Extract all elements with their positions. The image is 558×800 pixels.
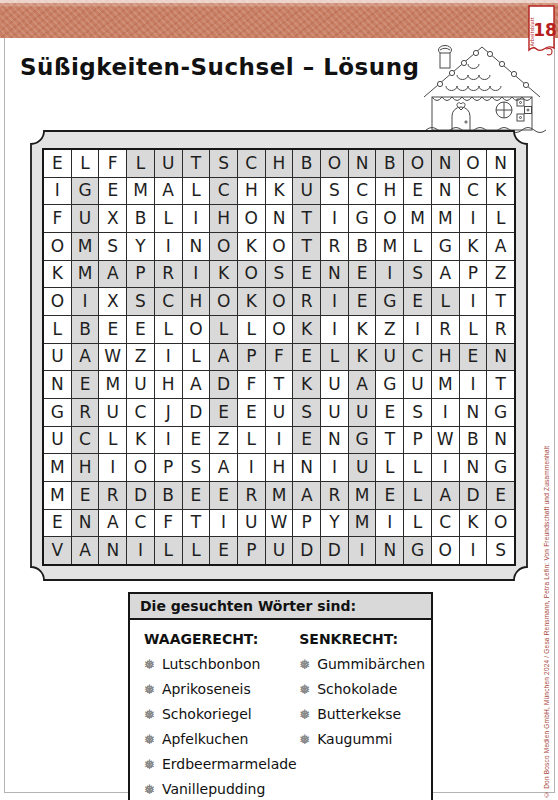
grid-cell-r7c8: L bbox=[238, 316, 265, 343]
word-label: Schokolade bbox=[317, 677, 397, 702]
grid-cell-r14c8: U bbox=[238, 510, 265, 537]
grid-cell-r14c9: W bbox=[266, 510, 293, 537]
grid-cell-r2c10: U bbox=[293, 178, 320, 205]
snowflake-bullet-icon: ❅ bbox=[144, 702, 155, 727]
grid-cell-r12c4: O bbox=[127, 454, 154, 481]
grid-cell-r1c17: N bbox=[487, 150, 514, 177]
grid-cell-r13c5: B bbox=[155, 482, 182, 509]
grid-cell-r15c12: I bbox=[349, 537, 376, 564]
grid-cell-r13c9: M bbox=[266, 482, 293, 509]
grid-cell-r7c14: I bbox=[404, 316, 431, 343]
grid-cell-r4c15: G bbox=[432, 233, 459, 260]
grid-cell-r6c3: X bbox=[99, 288, 126, 315]
grid-cell-r6c14: E bbox=[404, 288, 431, 315]
grid-cell-r9c4: U bbox=[127, 371, 154, 398]
word-column-waagerecht: WAAGERECHT:❅Lutschbonbon❅Aprikoseneis❅Sc… bbox=[144, 625, 299, 800]
grid-cell-r1c5: U bbox=[155, 150, 182, 177]
grid-cell-r6c17: T bbox=[487, 288, 514, 315]
grid-cell-r8c10: E bbox=[293, 344, 320, 371]
grid-cell-r8c8: P bbox=[238, 344, 265, 371]
grid-cell-r8c9: F bbox=[266, 344, 293, 371]
grid-cell-r3c3: X bbox=[99, 205, 126, 232]
grid-cell-r15c14: G bbox=[404, 537, 431, 564]
grid-cell-r3c2: U bbox=[72, 205, 99, 232]
grid-cell-r14c15: C bbox=[432, 510, 459, 537]
grid-cell-r7c10: K bbox=[293, 316, 320, 343]
grid-cell-r12c14: L bbox=[404, 454, 431, 481]
grid-cell-r6c11: I bbox=[321, 288, 348, 315]
grid-cell-r3c6: I bbox=[183, 205, 210, 232]
grid-cell-r13c10: A bbox=[293, 482, 320, 509]
grid-cell-r2c2: G bbox=[72, 178, 99, 205]
grid-cell-r4c11: R bbox=[321, 233, 348, 260]
grid-cell-r3c14: M bbox=[404, 205, 431, 232]
snowflake-bullet-icon: ❅ bbox=[299, 702, 310, 727]
grid-cell-r6c7: O bbox=[210, 288, 237, 315]
grid-cell-r2c4: M bbox=[127, 178, 154, 205]
grid-cell-r14c17: O bbox=[487, 510, 514, 537]
grid-cell-r12c2: H bbox=[72, 454, 99, 481]
grid-cell-r4c13: M bbox=[376, 233, 403, 260]
grid-cell-r3c12: G bbox=[349, 205, 376, 232]
grid-cell-r14c16: K bbox=[460, 510, 487, 537]
grid-cell-r5c11: N bbox=[321, 261, 348, 288]
grid-cell-r1c11: O bbox=[321, 150, 348, 177]
crayon-top-band bbox=[0, 0, 558, 38]
grid-cell-r4c12: B bbox=[349, 233, 376, 260]
grid-cell-r6c1: O bbox=[44, 288, 71, 315]
word-column-header: SENKRECHT: bbox=[299, 627, 425, 652]
letter-grid: ELFLUTSCHBONBONONIGEMALCHKUSCHENCKFUXBLI… bbox=[42, 148, 516, 566]
grid-cell-r7c12: K bbox=[349, 316, 376, 343]
grid-cell-r7c6: O bbox=[183, 316, 210, 343]
grid-cell-r10c8: E bbox=[238, 399, 265, 426]
grid-cell-r14c6: T bbox=[183, 510, 210, 537]
grid-cell-r5c6: I bbox=[183, 261, 210, 288]
grid-cell-r8c14: C bbox=[404, 344, 431, 371]
word-label: Gummibärchen bbox=[317, 652, 425, 677]
grid-cell-r14c4: C bbox=[127, 510, 154, 537]
grid-cell-r11c6: E bbox=[183, 427, 210, 454]
grid-cell-r12c12: U bbox=[349, 454, 376, 481]
grid-cell-r5c1: K bbox=[44, 261, 71, 288]
grid-cell-r2c5: A bbox=[155, 178, 182, 205]
grid-cell-r2c11: S bbox=[321, 178, 348, 205]
grid-cell-r3c5: L bbox=[155, 205, 182, 232]
word-column-header: WAAGERECHT: bbox=[144, 627, 299, 652]
word-label: Lutschbonbon bbox=[162, 652, 260, 677]
grid-cell-r4c16: K bbox=[460, 233, 487, 260]
word-label: Butterkekse bbox=[317, 702, 401, 727]
grid-cell-r5c8: O bbox=[238, 261, 265, 288]
grid-cell-r9c1: N bbox=[44, 371, 71, 398]
word-label: Kaugummi bbox=[317, 727, 392, 752]
grid-cell-r11c4: K bbox=[127, 427, 154, 454]
grid-cell-r2c9: K bbox=[266, 178, 293, 205]
grid-cell-r2c7: C bbox=[210, 178, 237, 205]
grid-cell-r8c5: I bbox=[155, 344, 182, 371]
grid-cell-r1c10: B bbox=[293, 150, 320, 177]
word-item: ❅Apfelkuchen bbox=[144, 727, 299, 752]
gingerbread-house-illustration bbox=[416, 40, 549, 136]
grid-cell-r8c4: Z bbox=[127, 344, 154, 371]
grid-cell-r7c11: I bbox=[321, 316, 348, 343]
grid-cell-r7c5: L bbox=[155, 316, 182, 343]
grid-cell-r3c15: M bbox=[432, 205, 459, 232]
grid-cell-r14c13: I bbox=[376, 510, 403, 537]
word-list-body: WAAGERECHT:❅Lutschbonbon❅Aprikoseneis❅Sc… bbox=[130, 620, 431, 800]
grid-cell-r13c15: A bbox=[432, 482, 459, 509]
grid-cell-r14c2: N bbox=[72, 510, 99, 537]
grid-cell-r2c6: L bbox=[183, 178, 210, 205]
grid-cell-r8c7: A bbox=[210, 344, 237, 371]
grid-cell-r4c9: O bbox=[266, 233, 293, 260]
grid-cell-r10c13: E bbox=[376, 399, 403, 426]
word-label: Schokoriegel bbox=[162, 702, 252, 727]
grid-cell-r5c13: I bbox=[376, 261, 403, 288]
word-item: ❅Schokolade bbox=[299, 677, 425, 702]
grid-cell-r3c17: L bbox=[487, 205, 514, 232]
grid-cell-r1c16: O bbox=[460, 150, 487, 177]
grid-cell-r14c11: Y bbox=[321, 510, 348, 537]
grid-cell-r7c13: Z bbox=[376, 316, 403, 343]
grid-cell-r12c1: M bbox=[44, 454, 71, 481]
snowflake-bullet-icon: ❅ bbox=[299, 652, 310, 677]
grid-cell-r7c17: R bbox=[487, 316, 514, 343]
grid-cell-r13c14: L bbox=[404, 482, 431, 509]
grid-cell-r9c13: G bbox=[376, 371, 403, 398]
grid-cell-r10c2: R bbox=[72, 399, 99, 426]
grid-cell-r8c6: L bbox=[183, 344, 210, 371]
grid-cell-r10c16: N bbox=[460, 399, 487, 426]
grid-cell-r8c2: A bbox=[72, 344, 99, 371]
grid-cell-r3c7: H bbox=[210, 205, 237, 232]
grid-cell-r15c17: S bbox=[487, 537, 514, 564]
copyright-text: © Don Bosco Medien GmbH, München 2024 / … bbox=[543, 560, 550, 798]
grid-cell-r9c2: E bbox=[72, 371, 99, 398]
grid-cell-r15c7: E bbox=[210, 537, 237, 564]
grid-cell-r9c16: I bbox=[460, 371, 487, 398]
word-item: ❅Lutschbonbon bbox=[144, 652, 299, 677]
word-column-senkrecht: SENKRECHT:❅Gummibärchen❅Schokolade❅Butte… bbox=[299, 625, 425, 800]
grid-cell-r11c16: B bbox=[460, 427, 487, 454]
grid-cell-r15c6: L bbox=[183, 537, 210, 564]
grid-cell-r5c17: Z bbox=[487, 261, 514, 288]
grid-cell-r12c16: N bbox=[460, 454, 487, 481]
grid-cell-r15c15: O bbox=[432, 537, 459, 564]
word-label: Apfelkuchen bbox=[162, 727, 249, 752]
word-list-box: Die gesuchten Wörter sind: WAAGERECHT:❅L… bbox=[128, 592, 433, 800]
word-item: ❅Kaugummi bbox=[299, 727, 425, 752]
grid-cell-r5c2: M bbox=[72, 261, 99, 288]
grid-cell-r9c14: U bbox=[404, 371, 431, 398]
grid-cell-r3c16: I bbox=[460, 205, 487, 232]
grid-cell-r6c13: G bbox=[376, 288, 403, 315]
grid-cell-r9c7: D bbox=[210, 371, 237, 398]
grid-cell-r4c7: O bbox=[210, 233, 237, 260]
word-item: ❅Aprikoseneis bbox=[144, 677, 299, 702]
word-label: Vanillepudding bbox=[162, 777, 265, 800]
grid-cell-r10c6: D bbox=[183, 399, 210, 426]
grid-cell-r7c7: L bbox=[210, 316, 237, 343]
grid-cell-r5c12: E bbox=[349, 261, 376, 288]
grid-cell-r9c12: A bbox=[349, 371, 376, 398]
grid-cell-r5c9: S bbox=[266, 261, 293, 288]
grid-cell-r2c1: I bbox=[44, 178, 71, 205]
grid-cell-r12c5: P bbox=[155, 454, 182, 481]
word-item: ❅Butterkekse bbox=[299, 702, 425, 727]
word-label: Aprikoseneis bbox=[162, 677, 251, 702]
grid-cell-r13c17: E bbox=[487, 482, 514, 509]
grid-cell-r13c11: R bbox=[321, 482, 348, 509]
grid-cell-r13c2: E bbox=[72, 482, 99, 509]
grid-cell-r11c17: N bbox=[487, 427, 514, 454]
grid-cell-r3c10: T bbox=[293, 205, 320, 232]
grid-cell-r13c3: R bbox=[99, 482, 126, 509]
grid-cell-r1c4: L bbox=[127, 150, 154, 177]
grid-cell-r15c8: P bbox=[238, 537, 265, 564]
grid-cell-r4c10: T bbox=[293, 233, 320, 260]
grid-cell-r1c15: N bbox=[432, 150, 459, 177]
grid-cell-r13c7: E bbox=[210, 482, 237, 509]
snowflake-bullet-icon: ❅ bbox=[144, 752, 155, 777]
grid-cell-r7c16: L bbox=[460, 316, 487, 343]
grid-cell-r5c5: R bbox=[155, 261, 182, 288]
grid-cell-r11c7: Z bbox=[210, 427, 237, 454]
grid-cell-r4c8: K bbox=[238, 233, 265, 260]
grid-cell-r14c7: I bbox=[210, 510, 237, 537]
grid-cell-r11c14: P bbox=[404, 427, 431, 454]
grid-cell-r10c9: U bbox=[266, 399, 293, 426]
grid-cell-r10c7: E bbox=[210, 399, 237, 426]
grid-cell-r5c16: P bbox=[460, 261, 487, 288]
grid-cell-r3c1: F bbox=[44, 205, 71, 232]
grid-cell-r1c3: F bbox=[99, 150, 126, 177]
grid-cell-r7c2: B bbox=[72, 316, 99, 343]
grid-cell-r14c14: L bbox=[404, 510, 431, 537]
grid-cell-r5c14: S bbox=[404, 261, 431, 288]
grid-cell-r1c6: T bbox=[183, 150, 210, 177]
grid-cell-r15c13: N bbox=[376, 537, 403, 564]
grid-cell-r15c3: N bbox=[99, 537, 126, 564]
grid-cell-r8c17: N bbox=[487, 344, 514, 371]
grid-cell-r8c11: L bbox=[321, 344, 348, 371]
snowflake-bullet-icon: ❅ bbox=[299, 677, 310, 702]
grid-cell-r9c15: M bbox=[432, 371, 459, 398]
grid-cell-r2c14: E bbox=[404, 178, 431, 205]
grid-cell-r11c13: T bbox=[376, 427, 403, 454]
grid-cell-r10c3: U bbox=[99, 399, 126, 426]
grid-cell-r12c13: L bbox=[376, 454, 403, 481]
grid-cell-r12c6: S bbox=[183, 454, 210, 481]
grid-cell-r12c17: G bbox=[487, 454, 514, 481]
grid-cell-r13c4: D bbox=[127, 482, 154, 509]
grid-cell-r13c16: D bbox=[460, 482, 487, 509]
grid-cell-r1c2: L bbox=[72, 150, 99, 177]
word-item: ❅Erdbeermarmelade bbox=[144, 752, 299, 777]
grid-cell-r15c4: I bbox=[127, 537, 154, 564]
grid-cell-r10c5: J bbox=[155, 399, 182, 426]
worksheet-page: Süßigkeiten-Suchsel – Lösung Arbeitsblat… bbox=[0, 0, 558, 800]
grid-cell-r11c15: W bbox=[432, 427, 459, 454]
grid-cell-r4c4: Y bbox=[127, 233, 154, 260]
grid-cell-r6c16: I bbox=[460, 288, 487, 315]
grid-cell-r14c12: M bbox=[349, 510, 376, 537]
word-item: ❅Gummibärchen bbox=[299, 652, 425, 677]
grid-cell-r14c3: A bbox=[99, 510, 126, 537]
grid-cell-r5c3: A bbox=[99, 261, 126, 288]
grid-cell-r4c6: N bbox=[183, 233, 210, 260]
grid-cell-r15c16: I bbox=[460, 537, 487, 564]
snowflake-bullet-icon: ❅ bbox=[144, 677, 155, 702]
grid-cell-r10c17: G bbox=[487, 399, 514, 426]
grid-cell-r13c13: E bbox=[376, 482, 403, 509]
grid-cell-r4c1: O bbox=[44, 233, 71, 260]
grid-cell-r11c2: C bbox=[72, 427, 99, 454]
grid-cell-r12c11: I bbox=[321, 454, 348, 481]
grid-cell-r10c12: U bbox=[349, 399, 376, 426]
grid-cell-r8c3: W bbox=[99, 344, 126, 371]
grid-cell-r11c10: E bbox=[293, 427, 320, 454]
grid-cell-r15c9: U bbox=[266, 537, 293, 564]
grid-cell-r15c5: L bbox=[155, 537, 182, 564]
grid-cell-r10c11: U bbox=[321, 399, 348, 426]
grid-cell-r11c8: L bbox=[238, 427, 265, 454]
snowflake-bullet-icon: ❅ bbox=[144, 727, 155, 752]
grid-cell-r12c10: N bbox=[293, 454, 320, 481]
grid-cell-r10c1: G bbox=[44, 399, 71, 426]
grid-cell-r9c11: U bbox=[321, 371, 348, 398]
grid-cell-r5c15: A bbox=[432, 261, 459, 288]
grid-cell-r7c3: E bbox=[99, 316, 126, 343]
grid-cell-r15c2: A bbox=[72, 537, 99, 564]
grid-cell-r7c9: O bbox=[266, 316, 293, 343]
grid-cell-r6c2: I bbox=[72, 288, 99, 315]
grid-cell-r13c12: M bbox=[349, 482, 376, 509]
grid-cell-r1c1: E bbox=[44, 150, 71, 177]
grid-cell-r4c5: I bbox=[155, 233, 182, 260]
grid-cell-r9c3: M bbox=[99, 371, 126, 398]
grid-cell-r6c5: C bbox=[155, 288, 182, 315]
grid-cell-r9c5: H bbox=[155, 371, 182, 398]
grid-cell-r14c1: E bbox=[44, 510, 71, 537]
grid-cell-r10c14: S bbox=[404, 399, 431, 426]
grid-cell-r15c10: D bbox=[293, 537, 320, 564]
grid-cell-r9c8: F bbox=[238, 371, 265, 398]
grid-cell-r12c8: I bbox=[238, 454, 265, 481]
snowflake-bullet-icon: ❅ bbox=[144, 777, 155, 800]
word-list-header: Die gesuchten Wörter sind: bbox=[130, 594, 431, 620]
grid-cell-r10c4: C bbox=[127, 399, 154, 426]
grid-cell-r2c16: C bbox=[460, 178, 487, 205]
grid-cell-r4c17: A bbox=[487, 233, 514, 260]
grid-cell-r2c8: H bbox=[238, 178, 265, 205]
grid-cell-r7c1: L bbox=[44, 316, 71, 343]
grid-cell-r8c13: U bbox=[376, 344, 403, 371]
grid-cell-r2c17: K bbox=[487, 178, 514, 205]
grid-cell-r12c3: I bbox=[99, 454, 126, 481]
grid-cell-r8c12: K bbox=[349, 344, 376, 371]
grid-cell-r13c6: E bbox=[183, 482, 210, 509]
grid-cell-r1c8: C bbox=[238, 150, 265, 177]
grid-cell-r1c9: H bbox=[266, 150, 293, 177]
grid-cell-r3c13: O bbox=[376, 205, 403, 232]
grid-cell-r6c8: K bbox=[238, 288, 265, 315]
grid-cell-r2c15: N bbox=[432, 178, 459, 205]
grid-cell-r1c7: S bbox=[210, 150, 237, 177]
grid-cell-r11c9: I bbox=[266, 427, 293, 454]
grid-cell-r2c3: E bbox=[99, 178, 126, 205]
grid-cell-r8c1: U bbox=[44, 344, 71, 371]
grid-cell-r11c12: G bbox=[349, 427, 376, 454]
grid-cell-r9c9: T bbox=[266, 371, 293, 398]
grid-cell-r6c6: H bbox=[183, 288, 210, 315]
grid-cell-r12c15: I bbox=[432, 454, 459, 481]
grid-cell-r12c9: H bbox=[266, 454, 293, 481]
grid-cell-r4c2: M bbox=[72, 233, 99, 260]
word-item: ❅Schokoriegel bbox=[144, 702, 299, 727]
grid-cell-r3c9: N bbox=[266, 205, 293, 232]
word-label: Erdbeermarmelade bbox=[162, 752, 297, 777]
grid-cell-r11c3: L bbox=[99, 427, 126, 454]
grid-cell-r6c10: R bbox=[293, 288, 320, 315]
grid-cell-r12c7: A bbox=[210, 454, 237, 481]
grid-cell-r8c15: H bbox=[432, 344, 459, 371]
grid-cell-r15c11: D bbox=[321, 537, 348, 564]
grid-cell-r9c10: K bbox=[293, 371, 320, 398]
grid-cell-r4c3: S bbox=[99, 233, 126, 260]
grid-cell-r3c4: B bbox=[127, 205, 154, 232]
grid-cell-r9c17: T bbox=[487, 371, 514, 398]
grid-cell-r11c11: N bbox=[321, 427, 348, 454]
badge-number: 18 bbox=[533, 20, 557, 40]
grid-cell-r10c10: S bbox=[293, 399, 320, 426]
grid-cell-r10c15: I bbox=[432, 399, 459, 426]
grid-cell-r15c1: V bbox=[44, 537, 71, 564]
grid-cell-r14c10: P bbox=[293, 510, 320, 537]
word-item: ❅Vanillepudding bbox=[144, 777, 299, 800]
grid-cell-r6c15: L bbox=[432, 288, 459, 315]
grid-cell-r14c5: F bbox=[155, 510, 182, 537]
grid-cell-r1c13: B bbox=[376, 150, 403, 177]
grid-cell-r13c8: R bbox=[238, 482, 265, 509]
grid-cell-r5c4: P bbox=[127, 261, 154, 288]
grid-cell-r7c15: R bbox=[432, 316, 459, 343]
snowflake-bullet-icon: ❅ bbox=[299, 727, 310, 752]
snowflake-bullet-icon: ❅ bbox=[144, 652, 155, 677]
grid-cell-r3c11: I bbox=[321, 205, 348, 232]
grid-cell-r3c8: O bbox=[238, 205, 265, 232]
grid-cell-r11c5: I bbox=[155, 427, 182, 454]
grid-cell-r6c4: S bbox=[127, 288, 154, 315]
grid-cell-r13c1: M bbox=[44, 482, 71, 509]
grid-cell-r1c14: O bbox=[404, 150, 431, 177]
grid-cell-r2c12: C bbox=[349, 178, 376, 205]
grid-cell-r2c13: H bbox=[376, 178, 403, 205]
grid-cell-r1c12: N bbox=[349, 150, 376, 177]
grid-cell-r8c16: E bbox=[460, 344, 487, 371]
grid-cell-r7c4: E bbox=[127, 316, 154, 343]
grid-cell-r11c1: U bbox=[44, 427, 71, 454]
grid-cell-r6c12: E bbox=[349, 288, 376, 315]
grid-cell-r6c9: O bbox=[266, 288, 293, 315]
grid-cell-r5c7: K bbox=[210, 261, 237, 288]
grid-cell-r9c6: A bbox=[183, 371, 210, 398]
grid-cell-r5c10: E bbox=[293, 261, 320, 288]
grid-cell-r4c14: L bbox=[404, 233, 431, 260]
page-title: Süßigkeiten-Suchsel – Lösung bbox=[20, 54, 420, 80]
